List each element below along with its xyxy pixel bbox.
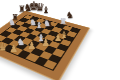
chessboard-photo: ♜♞♚♛♝♞♜♟♞♞♝♞♜♞♝♛♟♟♟♟♝: [0, 0, 120, 80]
board-frame: [0, 11, 90, 80]
piece-dark-wood-bishop: ♝: [42, 6, 50, 15]
chess-board: [0, 14, 81, 70]
piece-dark-wood-queen: ♛: [35, 2, 45, 13]
piece-dark-wood-king: ♚: [29, 0, 40, 12]
piece-dark-wood-knight: ♞: [66, 11, 74, 20]
